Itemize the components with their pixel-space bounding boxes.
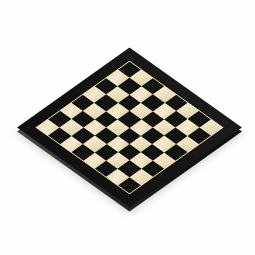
chess-board: [17, 47, 242, 207]
board-scene: [0, 0, 255, 255]
board-inner-border-line: [35, 60, 223, 194]
board-grid: [36, 61, 221, 193]
